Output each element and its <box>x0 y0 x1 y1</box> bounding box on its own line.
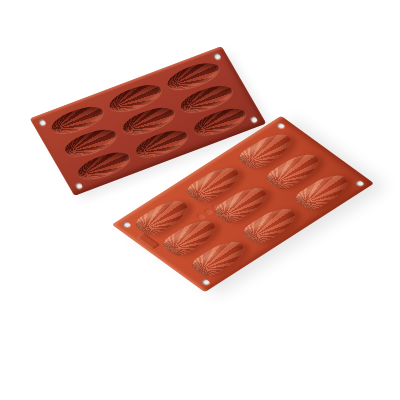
product-photo <box>0 0 400 400</box>
